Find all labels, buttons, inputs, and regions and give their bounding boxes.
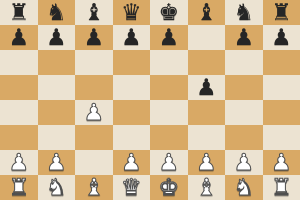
square-f4[interactable] <box>188 100 226 125</box>
piece-white-bishop[interactable]: ♝ <box>83 175 104 200</box>
square-b8[interactable]: ♞ <box>38 0 76 25</box>
piece-white-pawn[interactable]: ♟ <box>271 150 292 175</box>
square-c6[interactable] <box>75 50 113 75</box>
square-e7[interactable]: ♟ <box>150 25 188 50</box>
square-g2[interactable]: ♟ <box>225 150 263 175</box>
square-e2[interactable]: ♟ <box>150 150 188 175</box>
square-d2[interactable]: ♟ <box>113 150 151 175</box>
piece-black-pawn[interactable]: ♟ <box>271 25 292 50</box>
square-e6[interactable] <box>150 50 188 75</box>
square-b5[interactable] <box>38 75 76 100</box>
square-f7[interactable] <box>188 25 226 50</box>
chess-board: ♜♞♝♛♚♝♞♜♟♟♟♟♟♟♟♟♟♟♟♟♟♟♟♟♜♞♝♛♚♝♞♜ <box>0 0 300 200</box>
piece-white-queen[interactable]: ♛ <box>121 175 142 200</box>
piece-white-king[interactable]: ♚ <box>158 175 179 200</box>
piece-black-pawn[interactable]: ♟ <box>233 25 254 50</box>
square-g3[interactable] <box>225 125 263 150</box>
square-f2[interactable]: ♟ <box>188 150 226 175</box>
piece-black-bishop[interactable]: ♝ <box>196 0 217 25</box>
piece-white-bishop[interactable]: ♝ <box>196 175 217 200</box>
piece-white-pawn[interactable]: ♟ <box>83 100 104 125</box>
piece-white-pawn[interactable]: ♟ <box>196 150 217 175</box>
piece-black-pawn[interactable]: ♟ <box>46 25 67 50</box>
square-c8[interactable]: ♝ <box>75 0 113 25</box>
piece-black-pawn[interactable]: ♟ <box>158 25 179 50</box>
square-h7[interactable]: ♟ <box>263 25 301 50</box>
piece-white-pawn[interactable]: ♟ <box>158 150 179 175</box>
piece-black-king[interactable]: ♚ <box>158 0 179 25</box>
piece-black-queen[interactable]: ♛ <box>121 0 142 25</box>
piece-black-rook[interactable]: ♜ <box>271 0 292 25</box>
square-c2[interactable] <box>75 150 113 175</box>
piece-white-knight[interactable]: ♞ <box>46 175 67 200</box>
square-h2[interactable]: ♟ <box>263 150 301 175</box>
square-a3[interactable] <box>0 125 38 150</box>
square-e3[interactable] <box>150 125 188 150</box>
square-f6[interactable] <box>188 50 226 75</box>
square-g1[interactable]: ♞ <box>225 175 263 200</box>
piece-black-bishop[interactable]: ♝ <box>83 0 104 25</box>
square-g5[interactable] <box>225 75 263 100</box>
square-g7[interactable]: ♟ <box>225 25 263 50</box>
square-b4[interactable] <box>38 100 76 125</box>
piece-black-pawn[interactable]: ♟ <box>8 25 29 50</box>
square-a5[interactable] <box>0 75 38 100</box>
square-f1[interactable]: ♝ <box>188 175 226 200</box>
square-b7[interactable]: ♟ <box>38 25 76 50</box>
piece-black-pawn[interactable]: ♟ <box>83 25 104 50</box>
piece-white-rook[interactable]: ♜ <box>8 175 29 200</box>
square-d7[interactable]: ♟ <box>113 25 151 50</box>
square-e4[interactable] <box>150 100 188 125</box>
piece-white-knight[interactable]: ♞ <box>233 175 254 200</box>
piece-white-pawn[interactable]: ♟ <box>46 150 67 175</box>
piece-black-pawn[interactable]: ♟ <box>121 25 142 50</box>
square-h3[interactable] <box>263 125 301 150</box>
square-d6[interactable] <box>113 50 151 75</box>
piece-black-knight[interactable]: ♞ <box>46 0 67 25</box>
square-a4[interactable] <box>0 100 38 125</box>
square-e8[interactable]: ♚ <box>150 0 188 25</box>
square-a8[interactable]: ♜ <box>0 0 38 25</box>
piece-black-knight[interactable]: ♞ <box>233 0 254 25</box>
square-c3[interactable] <box>75 125 113 150</box>
square-g8[interactable]: ♞ <box>225 0 263 25</box>
square-a7[interactable]: ♟ <box>0 25 38 50</box>
piece-white-pawn[interactable]: ♟ <box>8 150 29 175</box>
piece-white-pawn[interactable]: ♟ <box>233 150 254 175</box>
square-c7[interactable]: ♟ <box>75 25 113 50</box>
square-d3[interactable] <box>113 125 151 150</box>
square-f5[interactable]: ♟ <box>188 75 226 100</box>
square-f3[interactable] <box>188 125 226 150</box>
square-h4[interactable] <box>263 100 301 125</box>
square-g6[interactable] <box>225 50 263 75</box>
square-b1[interactable]: ♞ <box>38 175 76 200</box>
square-c4[interactable]: ♟ <box>75 100 113 125</box>
square-a1[interactable]: ♜ <box>0 175 38 200</box>
square-c1[interactable]: ♝ <box>75 175 113 200</box>
square-b3[interactable] <box>38 125 76 150</box>
square-d4[interactable] <box>113 100 151 125</box>
square-b6[interactable] <box>38 50 76 75</box>
piece-white-rook[interactable]: ♜ <box>271 175 292 200</box>
square-h8[interactable]: ♜ <box>263 0 301 25</box>
piece-white-pawn[interactable]: ♟ <box>121 150 142 175</box>
square-d8[interactable]: ♛ <box>113 0 151 25</box>
square-f8[interactable]: ♝ <box>188 0 226 25</box>
piece-black-pawn[interactable]: ♟ <box>196 75 217 100</box>
square-a2[interactable]: ♟ <box>0 150 38 175</box>
square-e1[interactable]: ♚ <box>150 175 188 200</box>
square-h5[interactable] <box>263 75 301 100</box>
square-h6[interactable] <box>263 50 301 75</box>
square-d5[interactable] <box>113 75 151 100</box>
square-c5[interactable] <box>75 75 113 100</box>
square-d1[interactable]: ♛ <box>113 175 151 200</box>
square-b2[interactable]: ♟ <box>38 150 76 175</box>
square-h1[interactable]: ♜ <box>263 175 301 200</box>
square-g4[interactable] <box>225 100 263 125</box>
square-a6[interactable] <box>0 50 38 75</box>
piece-black-rook[interactable]: ♜ <box>8 0 29 25</box>
square-e5[interactable] <box>150 75 188 100</box>
